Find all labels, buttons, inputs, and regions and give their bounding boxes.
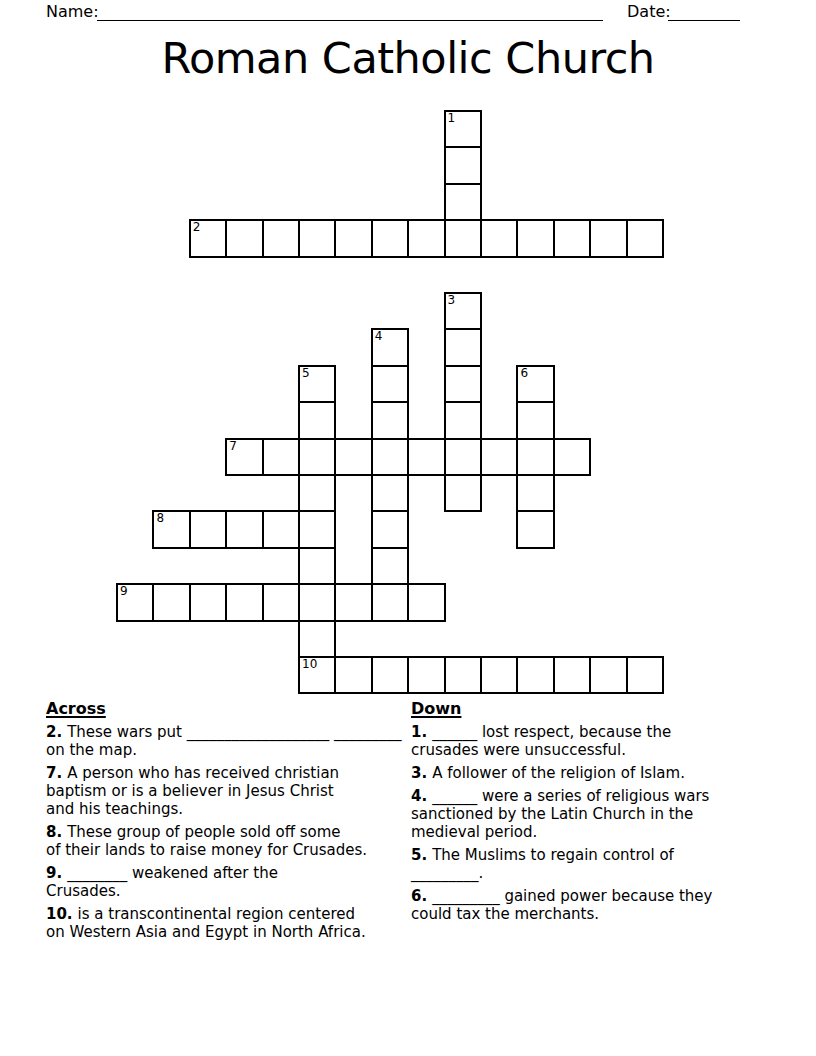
clue-down-1: 1.______ lost respect, because the crusa… bbox=[411, 723, 785, 759]
grid-cell[interactable] bbox=[298, 401, 336, 439]
grid-cell[interactable] bbox=[152, 583, 190, 621]
grid-cell[interactable]: 5 bbox=[298, 365, 336, 403]
grid-cell[interactable] bbox=[516, 474, 554, 512]
clue-down-3: 3.A follower of the religion of Islam. bbox=[411, 764, 785, 782]
clue-down-6: 6._________ gained power because they co… bbox=[411, 887, 785, 923]
grid-cell[interactable]: 3 bbox=[444, 292, 482, 330]
grid-cell[interactable] bbox=[444, 438, 482, 476]
grid-cell[interactable] bbox=[589, 656, 627, 694]
clue-number: 10. bbox=[46, 905, 73, 923]
across-clues-section: Across 2.These wars put ________________… bbox=[46, 699, 412, 946]
grid-cell[interactable] bbox=[298, 583, 336, 621]
grid-cell[interactable] bbox=[371, 438, 409, 476]
grid-cell[interactable] bbox=[371, 547, 409, 585]
grid-cell[interactable] bbox=[444, 146, 482, 184]
date-label: Date: bbox=[627, 2, 671, 22]
clue-across-9: 9.________ weakened after the Crusades. bbox=[46, 864, 412, 900]
grid-cell[interactable] bbox=[516, 401, 554, 439]
grid-cell[interactable] bbox=[553, 438, 591, 476]
clue-down-4: 4.______ were a series of religious wars… bbox=[411, 787, 785, 841]
grid-cell[interactable]: 2 bbox=[189, 219, 227, 257]
grid-cell[interactable] bbox=[516, 510, 554, 548]
grid-cell[interactable] bbox=[553, 656, 591, 694]
grid-cell[interactable] bbox=[626, 219, 664, 257]
cell-number: 6 bbox=[520, 367, 528, 380]
grid-cell[interactable] bbox=[444, 328, 482, 366]
grid-cell[interactable] bbox=[516, 656, 554, 694]
grid-cell[interactable] bbox=[262, 510, 300, 548]
clue-down-5: 5.The Muslims to regain control of _____… bbox=[411, 846, 785, 882]
grid-cell[interactable] bbox=[444, 474, 482, 512]
grid-cell[interactable] bbox=[371, 219, 409, 257]
grid-cell[interactable] bbox=[262, 438, 300, 476]
cell-number: 1 bbox=[448, 112, 456, 125]
cell-number: 3 bbox=[448, 294, 456, 307]
grid-cell[interactable] bbox=[189, 510, 227, 548]
cell-number: 10 bbox=[302, 658, 317, 671]
clue-text: _________ gained power because they coul… bbox=[411, 887, 712, 923]
grid-cell[interactable] bbox=[444, 401, 482, 439]
grid-cell[interactable] bbox=[334, 219, 372, 257]
grid-cell[interactable] bbox=[480, 438, 518, 476]
grid-cell[interactable] bbox=[298, 219, 336, 257]
clue-number: 2. bbox=[46, 723, 62, 741]
grid-cell[interactable] bbox=[480, 219, 518, 257]
grid-cell[interactable] bbox=[189, 583, 227, 621]
grid-cell[interactable] bbox=[298, 510, 336, 548]
across-heading: Across bbox=[46, 699, 412, 718]
cell-number: 9 bbox=[120, 585, 128, 598]
grid-cell[interactable] bbox=[407, 438, 445, 476]
clue-text: These group of people sold off some of t… bbox=[46, 823, 367, 859]
clue-number: 1. bbox=[411, 723, 427, 741]
clue-text: is a transcontinental region centered on… bbox=[46, 905, 366, 941]
cell-number: 4 bbox=[375, 330, 383, 343]
grid-cell[interactable] bbox=[444, 365, 482, 403]
clue-across-8: 8.These group of people sold off some of… bbox=[46, 823, 412, 859]
grid-cell[interactable]: 8 bbox=[152, 510, 190, 548]
clue-text: A person who has received christian bapt… bbox=[46, 764, 339, 818]
grid-cell[interactable] bbox=[225, 510, 263, 548]
grid-cell[interactable] bbox=[298, 438, 336, 476]
clue-text: ______ lost respect, because the crusade… bbox=[411, 723, 671, 759]
clue-number: 9. bbox=[46, 864, 62, 882]
name-blank-line[interactable] bbox=[97, 20, 603, 21]
clue-text: These wars put ___________________ _____… bbox=[46, 723, 402, 759]
grid-cell[interactable] bbox=[371, 656, 409, 694]
grid-cell[interactable] bbox=[444, 183, 482, 221]
grid-cell[interactable]: 9 bbox=[116, 583, 154, 621]
clue-text: The Muslims to regain control of _______… bbox=[411, 846, 674, 882]
cell-number: 5 bbox=[302, 367, 310, 380]
grid-cell[interactable] bbox=[553, 219, 591, 257]
clue-across-10: 10.is a transcontinental region centered… bbox=[46, 905, 412, 941]
grid-cell[interactable] bbox=[444, 656, 482, 694]
grid-cell[interactable] bbox=[516, 438, 554, 476]
grid-cell[interactable] bbox=[407, 219, 445, 257]
grid-cell[interactable] bbox=[371, 583, 409, 621]
clue-number: 3. bbox=[411, 764, 427, 782]
worksheet-page: Name: Date: Roman Catholic Church 123456… bbox=[0, 0, 816, 1056]
grid-cell[interactable] bbox=[262, 583, 300, 621]
clue-text: ______ were a series of religious wars s… bbox=[411, 787, 709, 841]
grid-cell[interactable]: 1 bbox=[444, 110, 482, 148]
grid-cell[interactable]: 6 bbox=[516, 365, 554, 403]
grid-cell[interactable] bbox=[334, 438, 372, 476]
grid-cell[interactable]: 10 bbox=[298, 656, 336, 694]
grid-cell[interactable] bbox=[407, 583, 445, 621]
grid-cell[interactable] bbox=[371, 365, 409, 403]
grid-cell[interactable] bbox=[262, 219, 300, 257]
clue-number: 7. bbox=[46, 764, 62, 782]
down-clues-section: Down 1.______ lost respect, because the … bbox=[411, 699, 785, 928]
clue-text: ________ weakened after the Crusades. bbox=[46, 864, 278, 900]
clue-across-2: 2.These wars put ___________________ ___… bbox=[46, 723, 412, 759]
clue-across-7: 7.A person who has received christian ba… bbox=[46, 764, 412, 818]
grid-cell[interactable] bbox=[334, 656, 372, 694]
grid-cell[interactable] bbox=[516, 219, 554, 257]
grid-cell[interactable] bbox=[298, 620, 336, 658]
grid-cell[interactable] bbox=[225, 583, 263, 621]
clue-text: A follower of the religion of Islam. bbox=[432, 764, 685, 782]
grid-cell[interactable]: 4 bbox=[371, 328, 409, 366]
cell-number: 2 bbox=[193, 221, 201, 234]
page-title: Roman Catholic Church bbox=[0, 37, 816, 80]
grid-cell[interactable] bbox=[444, 219, 482, 257]
grid-cell[interactable] bbox=[225, 219, 263, 257]
grid-cell[interactable] bbox=[371, 510, 409, 548]
grid-cell[interactable] bbox=[480, 656, 518, 694]
clue-number: 6. bbox=[411, 887, 427, 905]
grid-cell[interactable] bbox=[298, 474, 336, 512]
down-heading: Down bbox=[411, 699, 785, 718]
grid-cell[interactable] bbox=[371, 474, 409, 512]
grid-cell[interactable]: 7 bbox=[225, 438, 263, 476]
grid-cell[interactable] bbox=[334, 583, 372, 621]
cell-number: 7 bbox=[229, 440, 237, 453]
cell-number: 8 bbox=[156, 512, 164, 525]
grid-cell[interactable] bbox=[626, 656, 664, 694]
grid-cell[interactable] bbox=[371, 401, 409, 439]
grid-cell[interactable] bbox=[298, 547, 336, 585]
grid-cell[interactable] bbox=[407, 656, 445, 694]
name-label: Name: bbox=[46, 2, 99, 22]
clue-number: 8. bbox=[46, 823, 62, 841]
grid-cell[interactable] bbox=[589, 219, 627, 257]
clue-number: 5. bbox=[411, 846, 427, 864]
date-blank-line[interactable] bbox=[668, 20, 740, 21]
clue-number: 4. bbox=[411, 787, 427, 805]
